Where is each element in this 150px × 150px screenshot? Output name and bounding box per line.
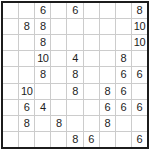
clue-cell: 6 bbox=[132, 67, 147, 82]
clue-cell: 8 bbox=[67, 67, 82, 82]
grid-cell[interactable] bbox=[84, 100, 99, 115]
grid-cell[interactable] bbox=[19, 35, 34, 50]
grid-cell[interactable] bbox=[19, 67, 34, 82]
grid-cell[interactable] bbox=[3, 67, 18, 82]
puzzle-screenshot: 6688810810104888661088664666888866 bbox=[0, 0, 150, 150]
clue-cell: 10 bbox=[19, 84, 34, 99]
grid-cell[interactable] bbox=[116, 19, 131, 34]
clue-cell: 8 bbox=[100, 84, 115, 99]
clue-cell: 6 bbox=[116, 84, 131, 99]
grid-cell[interactable] bbox=[67, 100, 82, 115]
grid-cell[interactable] bbox=[3, 100, 18, 115]
grid-cell[interactable] bbox=[100, 3, 115, 18]
grid-cell[interactable] bbox=[84, 35, 99, 50]
grid-cell[interactable] bbox=[51, 35, 66, 50]
grid-cell[interactable] bbox=[3, 51, 18, 66]
clue-cell: 8 bbox=[100, 116, 115, 131]
grid-cell[interactable] bbox=[35, 116, 50, 131]
grid-cell[interactable] bbox=[19, 132, 34, 147]
grid-cell[interactable] bbox=[67, 19, 82, 34]
grid-cell[interactable] bbox=[51, 132, 66, 147]
clue-cell: 10 bbox=[132, 35, 147, 50]
clue-cell: 8 bbox=[35, 67, 50, 82]
grid-cell[interactable] bbox=[84, 67, 99, 82]
grid-cell[interactable] bbox=[51, 100, 66, 115]
clue-cell: 8 bbox=[19, 19, 34, 34]
clue-cell: 6 bbox=[100, 100, 115, 115]
clue-cell: 6 bbox=[84, 132, 99, 147]
clue-cell: 8 bbox=[116, 51, 131, 66]
grid-cell[interactable] bbox=[116, 3, 131, 18]
grid-cell[interactable] bbox=[19, 3, 34, 18]
grid-cell[interactable] bbox=[67, 35, 82, 50]
clue-cell: 8 bbox=[51, 116, 66, 131]
grid-cell[interactable] bbox=[3, 84, 18, 99]
clue-cell: 8 bbox=[132, 3, 147, 18]
grid-cell[interactable] bbox=[3, 19, 18, 34]
grid-cell[interactable] bbox=[35, 132, 50, 147]
clue-cell: 6 bbox=[19, 100, 34, 115]
grid-cell[interactable] bbox=[116, 116, 131, 131]
clue-cell: 6 bbox=[116, 100, 131, 115]
grid-cell[interactable] bbox=[19, 51, 34, 66]
clue-cell: 6 bbox=[35, 3, 50, 18]
clue-cell: 10 bbox=[35, 51, 50, 66]
grid-cell[interactable] bbox=[84, 51, 99, 66]
clue-cell: 10 bbox=[132, 19, 147, 34]
grid-cell[interactable] bbox=[3, 35, 18, 50]
grid-cell[interactable] bbox=[132, 51, 147, 66]
clue-cell: 6 bbox=[132, 132, 147, 147]
grid-cell[interactable] bbox=[51, 19, 66, 34]
grid-cell[interactable] bbox=[100, 51, 115, 66]
clue-cell: 8 bbox=[19, 116, 34, 131]
clue-cell: 4 bbox=[35, 100, 50, 115]
grid-cell[interactable] bbox=[84, 19, 99, 34]
grid-cell[interactable] bbox=[100, 35, 115, 50]
grid-cell[interactable] bbox=[100, 67, 115, 82]
grid-cell[interactable] bbox=[100, 19, 115, 34]
grid-cell[interactable] bbox=[84, 116, 99, 131]
grid-cell[interactable] bbox=[3, 132, 18, 147]
clue-cell: 6 bbox=[116, 67, 131, 82]
grid-cell[interactable] bbox=[132, 84, 147, 99]
grid-cell[interactable] bbox=[116, 35, 131, 50]
grid-cell[interactable] bbox=[132, 116, 147, 131]
clue-cell: 6 bbox=[67, 3, 82, 18]
clue-cell: 8 bbox=[35, 19, 50, 34]
clue-cell: 8 bbox=[67, 84, 82, 99]
grid-cell[interactable] bbox=[67, 116, 82, 131]
grid-cell[interactable] bbox=[51, 67, 66, 82]
grid-cell[interactable] bbox=[35, 84, 50, 99]
grid-cell[interactable] bbox=[51, 3, 66, 18]
clue-cell: 8 bbox=[67, 132, 82, 147]
clue-cell: 8 bbox=[35, 35, 50, 50]
grid-cell[interactable] bbox=[84, 84, 99, 99]
clue-cell: 6 bbox=[132, 100, 147, 115]
puzzle-grid: 6688810810104888661088664666888866 bbox=[1, 1, 149, 149]
grid-cell[interactable] bbox=[116, 132, 131, 147]
clue-cell: 4 bbox=[67, 51, 82, 66]
grid-cell[interactable] bbox=[3, 116, 18, 131]
grid-cell[interactable] bbox=[100, 132, 115, 147]
grid-cell[interactable] bbox=[51, 51, 66, 66]
grid-cell[interactable] bbox=[84, 3, 99, 18]
grid-cell[interactable] bbox=[51, 84, 66, 99]
grid-cell[interactable] bbox=[3, 3, 18, 18]
